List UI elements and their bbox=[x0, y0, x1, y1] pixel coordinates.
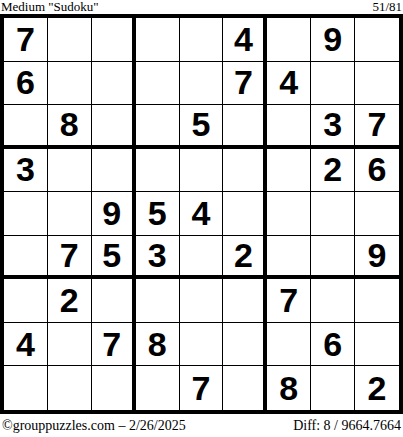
sudoku-cell-empty[interactable] bbox=[136, 149, 180, 193]
sudoku-cell-empty[interactable] bbox=[180, 149, 224, 193]
sudoku-cell-given: 2 bbox=[48, 279, 92, 323]
sudoku-cell-empty[interactable] bbox=[267, 323, 311, 367]
sudoku-cell-empty[interactable] bbox=[223, 279, 267, 323]
sudoku-cell-given: 5 bbox=[180, 105, 224, 149]
sudoku-cell-empty[interactable] bbox=[92, 149, 136, 193]
difficulty-text: Diff: 8 / 9664.7664 bbox=[293, 418, 403, 434]
sudoku-cell-empty[interactable] bbox=[311, 62, 355, 106]
sudoku-cell-empty[interactable] bbox=[48, 62, 92, 106]
sudoku-cell-given: 7 bbox=[223, 62, 267, 106]
sudoku-cell-empty[interactable] bbox=[267, 149, 311, 193]
sudoku-cell-given: 3 bbox=[4, 149, 48, 193]
sudoku-cell-empty[interactable] bbox=[180, 62, 224, 106]
sudoku-cell-given: 9 bbox=[311, 18, 355, 62]
sudoku-cell-empty[interactable] bbox=[48, 149, 92, 193]
sudoku-cell-given: 7 bbox=[92, 323, 136, 367]
sudoku-cell-empty[interactable] bbox=[136, 279, 180, 323]
sudoku-cell-given: 6 bbox=[355, 149, 399, 193]
sudoku-cell-empty[interactable] bbox=[4, 279, 48, 323]
sudoku-cell-empty[interactable] bbox=[48, 323, 92, 367]
sudoku-cell-given: 3 bbox=[311, 105, 355, 149]
header: Medium "Sudoku" 51/81 bbox=[0, 0, 403, 14]
sudoku-cell-empty[interactable] bbox=[223, 366, 267, 410]
page-title: Medium "Sudoku" bbox=[0, 0, 99, 14]
sudoku-cell-empty[interactable] bbox=[48, 366, 92, 410]
sudoku-cell-given: 7 bbox=[180, 366, 224, 410]
sudoku-cell-empty[interactable] bbox=[267, 192, 311, 236]
sudoku-cell-empty[interactable] bbox=[92, 18, 136, 62]
sudoku-cell-empty[interactable] bbox=[136, 105, 180, 149]
sudoku-cell-empty[interactable] bbox=[92, 279, 136, 323]
sudoku-cell-empty[interactable] bbox=[180, 323, 224, 367]
sudoku-cell-given: 4 bbox=[180, 192, 224, 236]
sudoku-cell-given: 7 bbox=[48, 236, 92, 280]
sudoku-cell-empty[interactable] bbox=[223, 323, 267, 367]
sudoku-board: 749674853732695475329274786782 bbox=[0, 14, 403, 414]
sudoku-cell-empty[interactable] bbox=[48, 192, 92, 236]
sudoku-cell-empty[interactable] bbox=[136, 62, 180, 106]
sudoku-cell-empty[interactable] bbox=[180, 236, 224, 280]
sudoku-cell-given: 2 bbox=[311, 149, 355, 193]
sudoku-cell-given: 6 bbox=[311, 323, 355, 367]
sudoku-cell-given: 9 bbox=[92, 192, 136, 236]
sudoku-cell-given: 5 bbox=[92, 236, 136, 280]
sudoku-cell-given: 4 bbox=[223, 18, 267, 62]
sudoku-cell-empty[interactable] bbox=[223, 105, 267, 149]
sudoku-cell-empty[interactable] bbox=[355, 279, 399, 323]
sudoku-cell-empty[interactable] bbox=[48, 18, 92, 62]
sudoku-cell-empty[interactable] bbox=[180, 279, 224, 323]
sudoku-cell-empty[interactable] bbox=[311, 279, 355, 323]
sudoku-page: Medium "Sudoku" 51/81 749674853732695475… bbox=[0, 0, 403, 437]
sudoku-cell-empty[interactable] bbox=[223, 149, 267, 193]
sudoku-cell-given: 2 bbox=[223, 236, 267, 280]
sudoku-cell-empty[interactable] bbox=[4, 236, 48, 280]
sudoku-cell-given: 3 bbox=[136, 236, 180, 280]
sudoku-cell-empty[interactable] bbox=[92, 105, 136, 149]
sudoku-cell-given: 7 bbox=[267, 279, 311, 323]
sudoku-cell-empty[interactable] bbox=[180, 18, 224, 62]
sudoku-cell-empty[interactable] bbox=[4, 105, 48, 149]
copyright-text: ©grouppuzzles.com – 2/26/2025 bbox=[0, 418, 186, 434]
blank-counter: 51/81 bbox=[372, 0, 403, 14]
sudoku-cell-empty[interactable] bbox=[355, 323, 399, 367]
sudoku-cell-empty[interactable] bbox=[355, 62, 399, 106]
sudoku-cell-empty[interactable] bbox=[311, 192, 355, 236]
sudoku-cell-empty[interactable] bbox=[267, 105, 311, 149]
sudoku-cell-given: 6 bbox=[4, 62, 48, 106]
sudoku-cell-given: 8 bbox=[267, 366, 311, 410]
sudoku-cell-empty[interactable] bbox=[4, 192, 48, 236]
sudoku-cell-empty[interactable] bbox=[92, 62, 136, 106]
sudoku-cell-given: 7 bbox=[355, 105, 399, 149]
sudoku-cell-empty[interactable] bbox=[136, 18, 180, 62]
sudoku-cell-empty[interactable] bbox=[355, 192, 399, 236]
sudoku-cell-empty[interactable] bbox=[4, 366, 48, 410]
sudoku-cell-empty[interactable] bbox=[311, 236, 355, 280]
sudoku-cell-given: 5 bbox=[136, 192, 180, 236]
sudoku-cell-empty[interactable] bbox=[267, 236, 311, 280]
sudoku-cell-given: 4 bbox=[267, 62, 311, 106]
sudoku-cell-empty[interactable] bbox=[267, 18, 311, 62]
sudoku-cell-given: 4 bbox=[4, 323, 48, 367]
sudoku-cell-empty[interactable] bbox=[92, 366, 136, 410]
sudoku-cell-given: 9 bbox=[355, 236, 399, 280]
sudoku-cell-empty[interactable] bbox=[136, 366, 180, 410]
sudoku-cell-empty[interactable] bbox=[223, 192, 267, 236]
sudoku-cell-given: 8 bbox=[136, 323, 180, 367]
footer: ©grouppuzzles.com – 2/26/2025 Diff: 8 / … bbox=[0, 418, 403, 434]
sudoku-cell-empty[interactable] bbox=[311, 366, 355, 410]
sudoku-cell-given: 8 bbox=[48, 105, 92, 149]
sudoku-cell-empty[interactable] bbox=[355, 18, 399, 62]
sudoku-cell-given: 7 bbox=[4, 18, 48, 62]
sudoku-cell-given: 2 bbox=[355, 366, 399, 410]
